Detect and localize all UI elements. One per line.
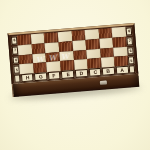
photo-background: 88776655HGFEDCBA www xyxy=(0,0,150,150)
clasp-icon xyxy=(100,81,107,86)
file-label: F xyxy=(48,71,61,80)
file-label: H xyxy=(20,73,33,82)
file-label: G xyxy=(34,72,47,81)
file-label: C xyxy=(88,68,101,77)
rank-label-right: 6 xyxy=(127,47,134,55)
file-label: A xyxy=(116,66,129,75)
rank-label-right: 8 xyxy=(126,27,133,35)
rank-label-right: 7 xyxy=(126,37,133,45)
folded-chess-box: 88776655HGFEDCBA www xyxy=(8,23,140,97)
file-label: D xyxy=(75,69,88,78)
file-label: E xyxy=(61,70,74,79)
border-corner xyxy=(129,65,136,73)
file-label: B xyxy=(102,67,115,76)
rank-label-right: 5 xyxy=(128,56,135,64)
